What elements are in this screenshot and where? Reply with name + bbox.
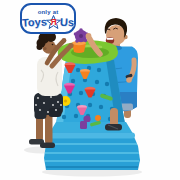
toddler-sandal-front: [40, 143, 55, 149]
toddler-eye: [52, 44, 54, 46]
boy-left-hand: [86, 33, 92, 39]
boy-right-hand: [126, 77, 132, 83]
toys-r-us-logo: Toys Я Us: [22, 15, 74, 30]
toddler-hand-rear: [62, 38, 67, 43]
toys-r-us-badge: only at Toys Я Us: [20, 3, 76, 34]
toddler-hand-front: [68, 43, 73, 48]
logo-us-text: Us: [60, 16, 75, 29]
cup-orange: [72, 41, 86, 53]
base-rim: [47, 133, 135, 139]
boy-teeth: [107, 38, 114, 40]
wheel-hub: [79, 34, 83, 38]
logo-toys-text: Toys: [22, 15, 47, 28]
toddler-front-leg: [45, 114, 53, 144]
cup-orange-small: [95, 115, 101, 121]
toy-base-basin: [44, 121, 140, 170]
product-photo: only at Toys Я Us: [0, 0, 180, 180]
hair-back: [37, 44, 43, 50]
logo-reversed-r-text: Я: [46, 17, 61, 28]
logo-star: Я: [46, 15, 61, 30]
toddler-ear: [43, 47, 46, 50]
